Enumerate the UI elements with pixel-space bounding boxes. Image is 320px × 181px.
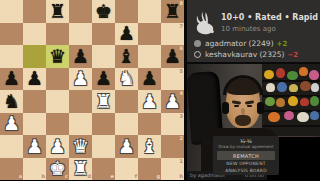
piece-bp-a5[interactable]: ♟ — [3, 69, 20, 88]
rank-coordinate: 3 — [180, 114, 183, 119]
piece-wr-e4[interactable]: ♜ — [95, 92, 112, 111]
rating-delta-top: +2 — [277, 40, 288, 48]
square-c3[interactable] — [46, 113, 69, 136]
square-f2[interactable]: ♟ — [115, 135, 138, 158]
time-ago-label: 10 minutes ago — [221, 25, 318, 34]
file-coordinate: b — [41, 174, 45, 179]
piece-bk-e8[interactable]: ♚ — [95, 2, 112, 21]
goatee — [235, 115, 251, 126]
headphone-cup-icon — [257, 102, 264, 114]
plush-shelf — [262, 64, 320, 136]
piece-wb-g2[interactable]: ♝ — [141, 137, 158, 156]
square-a8[interactable] — [0, 0, 23, 23]
square-c8[interactable]: ♜ — [46, 0, 69, 23]
piece-bp-e5[interactable]: ♟ — [95, 69, 112, 88]
shelf-edge — [262, 125, 320, 127]
square-d7[interactable] — [69, 23, 92, 46]
square-e5[interactable]: ♟ — [92, 68, 115, 91]
piece-wp-d5[interactable]: ♟ — [72, 69, 89, 88]
piece-bn-a4[interactable]: ♞ — [3, 92, 20, 111]
square-a5[interactable]: ♟ — [0, 68, 23, 91]
player-name-bottom[interactable]: keshavkaurav (2325) — [205, 50, 284, 59]
square-b1[interactable]: b — [23, 158, 46, 181]
rank-coordinate: 2 — [180, 136, 183, 141]
square-h5[interactable]: 5 — [161, 68, 184, 91]
square-b5[interactable]: ♟ — [23, 68, 46, 91]
plush-toy — [277, 82, 287, 92]
piece-br-h8[interactable]: ♜ — [164, 2, 181, 21]
square-a7[interactable] — [0, 23, 23, 46]
headphones-band-icon — [223, 75, 263, 95]
rematch-button[interactable]: REMATCH — [217, 151, 275, 160]
plush-toy — [276, 68, 285, 78]
square-g5[interactable]: ♟ — [138, 68, 161, 91]
square-a1[interactable]: a — [0, 158, 23, 181]
webcam-view: by agadmator 0:00:00 ½-½ Draw by mutual … — [187, 62, 320, 180]
square-g3[interactable] — [138, 113, 161, 136]
square-b6[interactable] — [23, 45, 46, 68]
player-name-top[interactable]: agadmator (2249) — [205, 39, 274, 48]
rank-coordinate: 6 — [180, 46, 183, 51]
square-d6[interactable]: ♟ — [69, 45, 92, 68]
square-a3[interactable]: ♟ — [0, 113, 23, 136]
square-a6[interactable] — [0, 45, 23, 68]
streamer-face — [226, 80, 260, 128]
file-coordinate: d — [87, 174, 91, 179]
square-c7[interactable] — [46, 23, 69, 46]
piece-bp-h6[interactable]: ♟ — [164, 47, 181, 66]
eyebrow — [245, 100, 254, 104]
square-h2[interactable]: 2 — [161, 135, 184, 158]
piece-wp-c2[interactable]: ♟ — [49, 137, 66, 156]
square-d1[interactable]: ♜d — [69, 158, 92, 181]
plush-toy — [266, 83, 275, 92]
square-h6[interactable]: ♟6 — [161, 45, 184, 68]
game-meta-text: 10+0 • Rated • Rapid 10 minutes ago — [221, 10, 318, 36]
player-color-disc-outline — [194, 51, 201, 58]
player-color-disc-filled — [194, 40, 201, 47]
square-d3[interactable] — [69, 113, 92, 136]
square-h8[interactable]: ♜8 — [161, 0, 184, 23]
chess-board[interactable]: ♜♚♜8♟7♛♟♝♟6♟♟♟♟♞♟5♞♜♟♟4♟3♟♟♛♟♝2ab♚c♜defg… — [0, 0, 184, 180]
square-c1[interactable]: ♚c — [46, 158, 69, 181]
square-f8[interactable] — [115, 0, 138, 23]
rank-coordinate: 7 — [180, 24, 183, 29]
plush-toy — [287, 71, 298, 80]
rank-coordinate: 4 — [180, 91, 183, 96]
player-row-bottom[interactable]: keshavkaurav (2325) −2 — [194, 49, 318, 60]
plush-toy — [289, 84, 298, 92]
square-b2[interactable]: ♟ — [23, 135, 46, 158]
piece-bp-d6[interactable]: ♟ — [72, 47, 89, 66]
square-a4[interactable]: ♞ — [0, 90, 23, 113]
plush-toy — [309, 70, 319, 80]
square-c5[interactable] — [46, 68, 69, 91]
plush-toy — [310, 96, 319, 106]
piece-bq-c6[interactable]: ♛ — [49, 47, 66, 66]
piece-wk-c1[interactable]: ♚ — [49, 159, 66, 178]
square-e2[interactable] — [92, 135, 115, 158]
square-g2[interactable]: ♝ — [138, 135, 161, 158]
plush-toy — [276, 98, 285, 107]
file-coordinate: h — [179, 174, 183, 179]
video-thumbnail: ♜♚♜8♟7♛♟♝♟6♟♟♟♟♞♟5♞♜♟♟4♟3♟♟♛♟♝2ab♚c♜defg… — [0, 0, 320, 180]
square-g7[interactable] — [138, 23, 161, 46]
square-g6[interactable] — [138, 45, 161, 68]
player-row-top[interactable]: agadmator (2249) +2 — [194, 38, 318, 49]
file-coordinate: c — [65, 174, 68, 179]
shelf-edge — [262, 80, 320, 82]
piece-bp-b5[interactable]: ♟ — [26, 69, 43, 88]
square-e6[interactable] — [92, 45, 115, 68]
plush-toy — [299, 67, 308, 76]
square-g1[interactable]: g — [138, 158, 161, 181]
square-d4[interactable] — [69, 90, 92, 113]
square-g8[interactable] — [138, 0, 161, 23]
headphone-cup-icon — [222, 102, 229, 114]
file-coordinate: a — [19, 174, 22, 179]
analysis-board-link[interactable]: ANALYSIS BOARD — [225, 167, 267, 174]
file-coordinate: f — [135, 174, 137, 179]
plush-toy — [268, 112, 280, 122]
piece-br-c8[interactable]: ♜ — [49, 2, 66, 21]
piece-wp-g4[interactable]: ♟ — [141, 92, 158, 111]
square-d8[interactable] — [69, 0, 92, 23]
square-f4[interactable] — [115, 90, 138, 113]
rank-coordinate: 5 — [180, 69, 183, 74]
rating-delta-bottom: −2 — [287, 51, 298, 59]
piece-bp-g5[interactable]: ♟ — [141, 69, 158, 88]
time-control-label: 10+0 • Rated • Rapid — [221, 13, 318, 23]
rank-coordinate: 1 — [180, 159, 183, 164]
plush-toy — [264, 70, 274, 79]
square-h7[interactable]: 7 — [161, 23, 184, 46]
square-e8[interactable]: ♚ — [92, 0, 115, 23]
plush-toy — [284, 111, 294, 120]
rank-coordinate: 8 — [180, 1, 183, 6]
piece-wp-f2[interactable]: ♟ — [118, 137, 135, 156]
player-list: agadmator (2249) +2 keshavkaurav (2325) … — [194, 38, 318, 60]
plush-toy — [311, 83, 319, 92]
game-result-note: Draw by mutual agreement — [218, 144, 273, 149]
post-game-menu: ½-½ Draw by mutual agreement REMATCH NEW… — [213, 136, 279, 175]
square-e3[interactable] — [92, 113, 115, 136]
square-b3[interactable] — [23, 113, 46, 136]
square-f1[interactable]: f — [115, 158, 138, 181]
square-d2[interactable]: ♛ — [69, 135, 92, 158]
square-f7[interactable]: ♟ — [115, 23, 138, 46]
piece-wq-d2[interactable]: ♛ — [72, 137, 89, 156]
square-c4[interactable] — [46, 90, 69, 113]
square-d5[interactable]: ♟ — [69, 68, 92, 91]
piece-wp-b2[interactable]: ♟ — [26, 137, 43, 156]
square-g4[interactable]: ♟ — [138, 90, 161, 113]
file-coordinate: g — [156, 174, 160, 179]
eyebrow — [232, 100, 241, 104]
new-opponent-link[interactable]: NEW OPPONENT — [226, 160, 265, 167]
plush-toy — [288, 96, 298, 106]
file-coordinate: e — [111, 174, 114, 179]
plush-toy — [300, 81, 311, 91]
nose — [241, 108, 245, 115]
square-f5[interactable]: ♞ — [115, 68, 138, 91]
piece-wp-h4[interactable]: ♟ — [164, 92, 181, 111]
square-b4[interactable] — [23, 90, 46, 113]
piece-bb-f6[interactable]: ♝ — [118, 47, 135, 66]
square-f6[interactable]: ♝ — [115, 45, 138, 68]
square-e7[interactable] — [92, 23, 115, 46]
square-e4[interactable]: ♜ — [92, 90, 115, 113]
square-h1[interactable]: 1h — [161, 158, 184, 181]
plush-toy — [300, 98, 309, 106]
square-b7[interactable] — [23, 23, 46, 46]
square-h4[interactable]: ♟4 — [161, 90, 184, 113]
square-c2[interactable]: ♟ — [46, 135, 69, 158]
game-info-panel: 10+0 • Rated • Rapid 10 minutes ago agad… — [187, 0, 320, 180]
piece-wp-a3[interactable]: ♟ — [3, 114, 20, 133]
square-e1[interactable]: e — [92, 158, 115, 181]
plush-toy — [297, 112, 309, 122]
square-a2[interactable] — [0, 135, 23, 158]
piece-wn-f5[interactable]: ♞ — [118, 69, 135, 88]
plush-toy — [310, 111, 319, 120]
rabbit-icon — [193, 10, 217, 36]
eye — [234, 105, 239, 107]
square-b8[interactable] — [23, 0, 46, 23]
square-c6[interactable]: ♛ — [46, 45, 69, 68]
square-f3[interactable] — [115, 113, 138, 136]
eye — [247, 105, 252, 107]
piece-bp-f7[interactable]: ♟ — [118, 24, 135, 43]
plush-toy — [265, 97, 275, 106]
square-h3[interactable]: 3 — [161, 113, 184, 136]
game-meta: 10+0 • Rated • Rapid 10 minutes ago — [193, 10, 317, 36]
